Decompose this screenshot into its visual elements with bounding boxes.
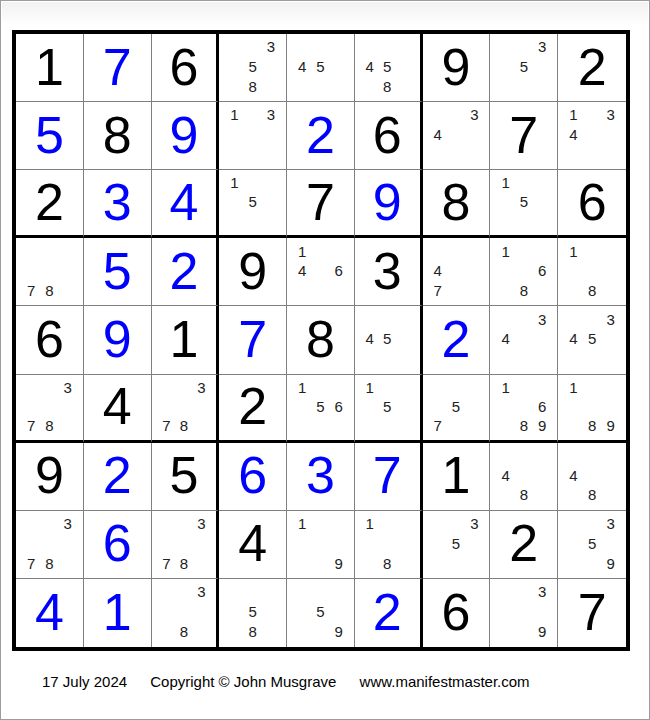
pencil-mark: 6 (330, 397, 348, 416)
cell-r6c2: 4 (84, 375, 152, 443)
footer-website: www.manifestmaster.com (360, 673, 530, 690)
cell-r3c3: 4 (152, 170, 220, 238)
cell-r4c2: 5 (84, 238, 152, 306)
pencil-mark: 3 (601, 514, 620, 534)
cell-r9c4: 58 (219, 579, 287, 647)
given-digit: 2 (509, 517, 538, 569)
given-digit: 4 (103, 380, 132, 432)
pencil-mark: 8 (244, 76, 262, 96)
cell-r7c3: 5 (152, 443, 220, 511)
cell-r1c1: 1 (16, 34, 84, 102)
cell-r1c7: 9 (423, 34, 491, 102)
pencil-mark: 8 (40, 281, 58, 301)
cell-r9c2: 1 (84, 579, 152, 647)
entered-digit: 2 (373, 586, 402, 638)
pencil-mark: 4 (496, 465, 514, 485)
cell-r6c5: 156 (287, 375, 355, 443)
cell-r4c9: 18 (558, 238, 626, 306)
pencil-mark: 3 (59, 514, 77, 534)
puzzle-page: 1763584545893525891326347134234157981567… (0, 0, 650, 720)
pencil-mark: 8 (583, 485, 602, 505)
cell-r3c4: 15 (219, 170, 287, 238)
pencil-mark: 8 (378, 553, 396, 573)
pencil-mark: 6 (330, 261, 348, 281)
pencil-marks: 378 (158, 378, 211, 435)
pencil-mark: 4 (293, 261, 311, 281)
given-digit: 8 (306, 313, 335, 365)
pencil-mark: 8 (515, 485, 533, 505)
pencil-marks: 345 (564, 309, 620, 368)
cell-r2c3: 9 (152, 102, 220, 170)
pencil-mark: 3 (193, 378, 211, 397)
cell-r2c6: 6 (355, 102, 423, 170)
pencil-marks: 156 (293, 378, 348, 435)
pencil-mark: 1 (293, 514, 311, 534)
entered-digit: 9 (373, 176, 402, 228)
pencil-marks: 15 (496, 173, 551, 230)
pencil-mark: 1 (225, 173, 243, 192)
pencil-marks: 13 (225, 105, 280, 164)
entered-digit: 2 (306, 109, 335, 161)
pencil-mark: 5 (244, 192, 262, 211)
given-digit: 2 (578, 41, 607, 93)
pencil-mark: 5 (244, 57, 262, 77)
cell-r6c9: 189 (558, 375, 626, 443)
given-digit: 2 (238, 380, 267, 432)
entered-digit: 5 (103, 245, 132, 297)
pencil-marks: 146 (293, 241, 348, 300)
entered-digit: 7 (238, 313, 267, 365)
pencil-mark: 5 (378, 57, 396, 77)
pencil-mark: 5 (583, 533, 602, 553)
entered-digit: 1 (103, 586, 132, 638)
pencil-mark: 4 (293, 57, 311, 77)
cell-r2c7: 34 (423, 102, 491, 170)
pencil-mark: 6 (533, 397, 551, 416)
pencil-mark: 5 (311, 57, 329, 77)
cell-r3c7: 8 (423, 170, 491, 238)
entered-digit: 2 (169, 245, 198, 297)
pencil-mark: 5 (515, 192, 533, 211)
cell-r7c6: 7 (355, 443, 423, 511)
pencil-mark: 7 (22, 553, 40, 573)
pencil-mark: 4 (496, 329, 514, 349)
pencil-marks: 48 (496, 446, 551, 505)
entered-digit: 5 (35, 109, 64, 161)
cell-r7c5: 3 (287, 443, 355, 511)
pencil-mark: 1 (564, 241, 583, 261)
pencil-marks: 35 (429, 514, 484, 573)
cell-r8c4: 4 (219, 511, 287, 579)
cell-r8c7: 35 (423, 511, 491, 579)
pencil-mark: 3 (59, 378, 77, 397)
given-digit: 9 (442, 41, 471, 93)
pencil-mark: 4 (564, 465, 583, 485)
pencil-mark: 1 (293, 378, 311, 397)
pencil-mark: 3 (533, 37, 551, 57)
cell-r5c1: 6 (16, 306, 84, 374)
pencil-mark: 5 (244, 602, 262, 622)
cell-r4c3: 2 (152, 238, 220, 306)
given-digit: 1 (35, 41, 64, 93)
given-digit: 6 (35, 313, 64, 365)
pencil-marks: 358 (225, 37, 280, 96)
pencil-mark: 7 (158, 416, 176, 435)
pencil-mark: 6 (533, 261, 551, 281)
given-digit: 4 (238, 517, 267, 569)
pencil-mark: 7 (22, 281, 40, 301)
pencil-mark: 8 (515, 281, 533, 301)
cell-r2c9: 134 (558, 102, 626, 170)
pencil-mark: 5 (311, 602, 329, 622)
entered-digit: 7 (373, 449, 402, 501)
footer-copyright: Copyright © John Musgrave (150, 673, 336, 690)
pencil-mark: 9 (601, 553, 620, 573)
pencil-mark: 1 (496, 241, 514, 261)
cell-r5c7: 2 (423, 306, 491, 374)
pencil-mark: 3 (262, 105, 280, 125)
entered-digit: 2 (103, 449, 132, 501)
pencil-marks: 1689 (496, 378, 551, 435)
cell-r3c6: 9 (355, 170, 423, 238)
pencil-marks: 39 (496, 582, 551, 642)
cell-r7c7: 1 (423, 443, 491, 511)
cell-r6c1: 378 (16, 375, 84, 443)
cell-r7c2: 2 (84, 443, 152, 511)
cell-r4c5: 146 (287, 238, 355, 306)
cell-r8c8: 2 (490, 511, 558, 579)
given-digit: 7 (578, 586, 607, 638)
pencil-mark: 8 (175, 553, 193, 573)
cell-r5c6: 45 (355, 306, 423, 374)
pencil-marks: 48 (564, 446, 620, 505)
cell-r1c3: 6 (152, 34, 220, 102)
pencil-mark: 8 (175, 416, 193, 435)
pencil-mark: 3 (465, 514, 483, 534)
pencil-mark: 8 (40, 553, 58, 573)
cell-r1c2: 7 (84, 34, 152, 102)
cell-r3c5: 7 (287, 170, 355, 238)
pencil-marks: 57 (429, 378, 484, 435)
cell-r8c3: 378 (152, 511, 220, 579)
cell-r7c8: 48 (490, 443, 558, 511)
cell-r1c5: 45 (287, 34, 355, 102)
pencil-marks: 58 (225, 582, 280, 642)
pencil-mark: 7 (429, 416, 447, 435)
cell-r9c7: 6 (423, 579, 491, 647)
pencil-marks: 18 (361, 514, 414, 573)
entered-digit: 4 (169, 176, 198, 228)
cell-r2c5: 2 (287, 102, 355, 170)
pencil-mark: 1 (361, 514, 379, 534)
pencil-mark: 9 (601, 416, 620, 435)
pencil-marks: 35 (496, 37, 551, 96)
pencil-mark: 9 (533, 622, 551, 642)
cell-r4c4: 9 (219, 238, 287, 306)
sudoku-grid: 1763584545893525891326347134234157981567… (12, 30, 630, 651)
pencil-mark: 5 (311, 397, 329, 416)
given-digit: 3 (373, 245, 402, 297)
given-digit: 9 (238, 245, 267, 297)
given-digit: 7 (306, 176, 335, 228)
cell-r1c4: 358 (219, 34, 287, 102)
entered-digit: 6 (238, 449, 267, 501)
pencil-mark: 1 (496, 378, 514, 397)
pencil-mark: 5 (583, 329, 602, 349)
pencil-mark: 3 (601, 309, 620, 329)
cell-r5c8: 34 (490, 306, 558, 374)
pencil-marks: 18 (564, 241, 620, 300)
pencil-mark: 3 (533, 582, 551, 602)
pencil-mark: 8 (244, 622, 262, 642)
pencil-marks: 45 (293, 37, 348, 96)
cell-r6c4: 2 (219, 375, 287, 443)
entered-digit: 6 (103, 517, 132, 569)
cell-r9c9: 7 (558, 579, 626, 647)
pencil-marks: 458 (361, 37, 414, 96)
entered-digit: 4 (35, 586, 64, 638)
cell-r9c5: 59 (287, 579, 355, 647)
pencil-marks: 359 (564, 514, 620, 573)
cell-r8c1: 378 (16, 511, 84, 579)
cell-r4c7: 47 (423, 238, 491, 306)
pencil-mark: 8 (378, 76, 396, 96)
given-digit: 1 (169, 313, 198, 365)
pencil-mark: 1 (361, 378, 379, 397)
pencil-marks: 378 (22, 378, 77, 435)
pencil-marks: 15 (225, 173, 280, 230)
pencil-mark: 3 (601, 105, 620, 125)
pencil-mark: 8 (175, 622, 193, 642)
pencil-mark: 3 (193, 514, 211, 534)
pencil-marks: 378 (22, 514, 77, 573)
cell-r6c8: 1689 (490, 375, 558, 443)
cell-r8c6: 18 (355, 511, 423, 579)
given-digit: 8 (442, 176, 471, 228)
pencil-mark: 4 (361, 329, 379, 349)
cell-r6c7: 57 (423, 375, 491, 443)
pencil-mark: 9 (330, 553, 348, 573)
pencil-mark: 8 (583, 416, 602, 435)
cell-r4c1: 78 (16, 238, 84, 306)
pencil-marks: 134 (564, 105, 620, 164)
pencil-mark: 4 (564, 329, 583, 349)
given-digit: 6 (373, 109, 402, 161)
entered-digit: 3 (103, 176, 132, 228)
cell-r4c6: 3 (355, 238, 423, 306)
pencil-marks: 168 (496, 241, 551, 300)
cell-r9c6: 2 (355, 579, 423, 647)
pencil-marks: 15 (361, 378, 414, 435)
pencil-mark: 7 (158, 553, 176, 573)
pencil-marks: 19 (293, 514, 348, 573)
pencil-mark: 1 (564, 105, 583, 125)
cell-r5c2: 9 (84, 306, 152, 374)
pencil-mark: 5 (378, 329, 396, 349)
pencil-mark: 3 (465, 105, 483, 125)
cell-r5c5: 8 (287, 306, 355, 374)
given-digit: 2 (35, 176, 64, 228)
pencil-mark: 9 (330, 622, 348, 642)
cell-r6c3: 378 (152, 375, 220, 443)
cell-r7c1: 9 (16, 443, 84, 511)
cell-r8c5: 19 (287, 511, 355, 579)
page-top-shade (2, 2, 648, 26)
cell-r2c8: 7 (490, 102, 558, 170)
pencil-mark: 4 (429, 125, 447, 145)
given-digit: 9 (35, 449, 64, 501)
cell-r9c8: 39 (490, 579, 558, 647)
pencil-marks: 45 (361, 309, 414, 368)
pencil-mark: 5 (515, 57, 533, 77)
cell-r1c8: 35 (490, 34, 558, 102)
cell-r6c6: 15 (355, 375, 423, 443)
entered-digit: 2 (442, 313, 471, 365)
cell-r8c2: 6 (84, 511, 152, 579)
entered-digit: 9 (169, 109, 198, 161)
pencil-mark: 1 (293, 241, 311, 261)
cell-r4c8: 168 (490, 238, 558, 306)
pencil-marks: 34 (429, 105, 484, 164)
pencil-marks: 34 (496, 309, 551, 368)
pencil-mark: 7 (22, 416, 40, 435)
given-digit: 6 (169, 41, 198, 93)
cell-r3c2: 3 (84, 170, 152, 238)
pencil-mark: 5 (447, 397, 465, 416)
cell-r2c1: 5 (16, 102, 84, 170)
pencil-mark: 8 (40, 416, 58, 435)
pencil-marks: 189 (564, 378, 620, 435)
pencil-mark: 8 (515, 416, 533, 435)
given-digit: 6 (578, 176, 607, 228)
given-digit: 6 (442, 586, 471, 638)
given-digit: 8 (103, 109, 132, 161)
cell-r2c4: 13 (219, 102, 287, 170)
pencil-marks: 78 (22, 241, 77, 300)
pencil-mark: 1 (225, 105, 243, 125)
cell-r5c9: 345 (558, 306, 626, 374)
pencil-mark: 9 (533, 416, 551, 435)
cell-r3c8: 15 (490, 170, 558, 238)
pencil-mark: 3 (193, 582, 211, 602)
pencil-marks: 59 (293, 582, 348, 642)
pencil-marks: 47 (429, 241, 484, 300)
pencil-mark: 4 (564, 125, 583, 145)
given-digit: 7 (509, 109, 538, 161)
cell-r3c1: 2 (16, 170, 84, 238)
pencil-mark: 3 (262, 37, 280, 57)
cell-r2c2: 8 (84, 102, 152, 170)
pencil-mark: 8 (583, 281, 602, 301)
cell-r1c9: 2 (558, 34, 626, 102)
cell-r9c1: 4 (16, 579, 84, 647)
pencil-mark: 4 (429, 261, 447, 281)
pencil-mark: 5 (447, 533, 465, 553)
cell-r5c3: 1 (152, 306, 220, 374)
cell-r3c9: 6 (558, 170, 626, 238)
entered-digit: 3 (306, 449, 335, 501)
pencil-mark: 7 (429, 281, 447, 301)
pencil-marks: 378 (158, 514, 211, 573)
pencil-mark: 1 (564, 378, 583, 397)
pencil-mark: 1 (496, 173, 514, 192)
entered-digit: 7 (103, 41, 132, 93)
footer-date: 17 July 2024 (42, 673, 127, 690)
pencil-mark: 5 (378, 397, 396, 416)
pencil-marks: 38 (158, 582, 211, 642)
entered-digit: 9 (103, 313, 132, 365)
given-digit: 1 (442, 449, 471, 501)
cell-r9c3: 38 (152, 579, 220, 647)
pencil-mark: 3 (533, 309, 551, 329)
footer: 17 July 2024 Copyright © John Musgrave w… (42, 673, 530, 690)
cell-r7c9: 48 (558, 443, 626, 511)
cell-r1c6: 458 (355, 34, 423, 102)
cell-r5c4: 7 (219, 306, 287, 374)
pencil-mark: 4 (361, 57, 379, 77)
given-digit: 5 (169, 449, 198, 501)
cell-r8c9: 359 (558, 511, 626, 579)
cell-r7c4: 6 (219, 443, 287, 511)
